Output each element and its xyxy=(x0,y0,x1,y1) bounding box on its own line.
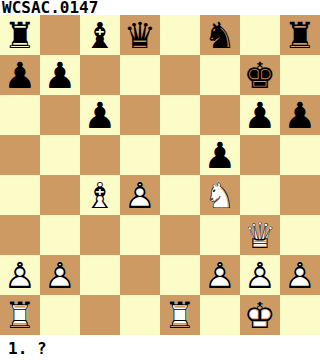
square-h1[interactable] xyxy=(280,295,320,335)
black-pawn[interactable]: ♟ xyxy=(200,135,240,175)
square-b2[interactable]: ♟♙ xyxy=(40,255,80,295)
white-rook[interactable]: ♖ xyxy=(0,295,40,335)
square-e5[interactable] xyxy=(160,135,200,175)
square-a3[interactable] xyxy=(0,215,40,255)
black-king[interactable]: ♚ xyxy=(240,55,280,95)
square-b8[interactable] xyxy=(40,15,80,55)
square-e3[interactable] xyxy=(160,215,200,255)
square-f6[interactable] xyxy=(200,95,240,135)
square-d3[interactable] xyxy=(120,215,160,255)
square-a7[interactable]: ♟ xyxy=(0,55,40,95)
square-d2[interactable] xyxy=(120,255,160,295)
square-b3[interactable] xyxy=(40,215,80,255)
white-pawn-fill: ♟ xyxy=(120,175,160,215)
black-pawn[interactable]: ♟ xyxy=(0,55,40,95)
black-rook[interactable]: ♜ xyxy=(0,15,40,55)
square-h4[interactable] xyxy=(280,175,320,215)
square-c3[interactable] xyxy=(80,215,120,255)
square-c5[interactable] xyxy=(80,135,120,175)
white-rook-fill: ♜ xyxy=(0,295,40,335)
square-h2[interactable]: ♟♙ xyxy=(280,255,320,295)
move-prompt: 1. ? xyxy=(0,335,320,360)
white-king-fill: ♚ xyxy=(240,295,280,335)
square-f4[interactable]: ♞♘ xyxy=(200,175,240,215)
white-pawn[interactable]: ♙ xyxy=(0,255,40,295)
square-c4[interactable]: ♝♗ xyxy=(80,175,120,215)
square-e7[interactable] xyxy=(160,55,200,95)
white-pawn-fill: ♟ xyxy=(240,255,280,295)
square-c8[interactable]: ♝ xyxy=(80,15,120,55)
square-h8[interactable]: ♜ xyxy=(280,15,320,55)
white-pawn[interactable]: ♙ xyxy=(240,255,280,295)
square-a8[interactable]: ♜ xyxy=(0,15,40,55)
square-h7[interactable] xyxy=(280,55,320,95)
white-rook[interactable]: ♖ xyxy=(160,295,200,335)
white-pawn-fill: ♟ xyxy=(280,255,320,295)
black-bishop[interactable]: ♝ xyxy=(80,15,120,55)
square-a5[interactable] xyxy=(0,135,40,175)
square-d7[interactable] xyxy=(120,55,160,95)
white-pawn-fill: ♟ xyxy=(0,255,40,295)
square-g3[interactable]: ♛♕ xyxy=(240,215,280,255)
square-a6[interactable] xyxy=(0,95,40,135)
black-pawn[interactable]: ♟ xyxy=(240,95,280,135)
square-b4[interactable] xyxy=(40,175,80,215)
square-b6[interactable] xyxy=(40,95,80,135)
square-b1[interactable] xyxy=(40,295,80,335)
square-d6[interactable] xyxy=(120,95,160,135)
white-bishop[interactable]: ♗ xyxy=(80,175,120,215)
square-g6[interactable]: ♟ xyxy=(240,95,280,135)
chess-board: ♜♝♛♞♜♟♟♚♟♟♟♟♝♗♟♙♞♘♛♕♟♙♟♙♟♙♟♙♟♙♜♖♜♖♚♔ xyxy=(0,15,320,335)
white-rook-fill: ♜ xyxy=(160,295,200,335)
white-knight[interactable]: ♘ xyxy=(200,175,240,215)
black-queen[interactable]: ♛ xyxy=(120,15,160,55)
square-a1[interactable]: ♜♖ xyxy=(0,295,40,335)
square-g5[interactable] xyxy=(240,135,280,175)
square-e4[interactable] xyxy=(160,175,200,215)
square-f5[interactable]: ♟ xyxy=(200,135,240,175)
square-f8[interactable]: ♞ xyxy=(200,15,240,55)
square-g8[interactable] xyxy=(240,15,280,55)
square-b7[interactable]: ♟ xyxy=(40,55,80,95)
square-h3[interactable] xyxy=(280,215,320,255)
white-queen-fill: ♛ xyxy=(240,215,280,255)
square-c1[interactable] xyxy=(80,295,120,335)
square-c7[interactable] xyxy=(80,55,120,95)
square-e2[interactable] xyxy=(160,255,200,295)
square-a4[interactable] xyxy=(0,175,40,215)
square-f2[interactable]: ♟♙ xyxy=(200,255,240,295)
square-d4[interactable]: ♟♙ xyxy=(120,175,160,215)
square-a2[interactable]: ♟♙ xyxy=(0,255,40,295)
black-knight[interactable]: ♞ xyxy=(200,15,240,55)
square-e6[interactable] xyxy=(160,95,200,135)
white-bishop-fill: ♝ xyxy=(80,175,120,215)
puzzle-title: WCSAC.0147 xyxy=(0,0,320,15)
square-b5[interactable] xyxy=(40,135,80,175)
square-g1[interactable]: ♚♔ xyxy=(240,295,280,335)
white-pawn[interactable]: ♙ xyxy=(120,175,160,215)
white-king[interactable]: ♔ xyxy=(240,295,280,335)
square-e1[interactable]: ♜♖ xyxy=(160,295,200,335)
black-pawn[interactable]: ♟ xyxy=(280,95,320,135)
white-pawn-fill: ♟ xyxy=(40,255,80,295)
white-pawn[interactable]: ♙ xyxy=(40,255,80,295)
black-pawn[interactable]: ♟ xyxy=(40,55,80,95)
square-g2[interactable]: ♟♙ xyxy=(240,255,280,295)
square-h6[interactable]: ♟ xyxy=(280,95,320,135)
white-pawn-fill: ♟ xyxy=(200,255,240,295)
white-pawn[interactable]: ♙ xyxy=(200,255,240,295)
square-g4[interactable] xyxy=(240,175,280,215)
square-h5[interactable] xyxy=(280,135,320,175)
black-pawn[interactable]: ♟ xyxy=(80,95,120,135)
square-d1[interactable] xyxy=(120,295,160,335)
white-pawn[interactable]: ♙ xyxy=(280,255,320,295)
square-d5[interactable] xyxy=(120,135,160,175)
square-c6[interactable]: ♟ xyxy=(80,95,120,135)
black-rook[interactable]: ♜ xyxy=(280,15,320,55)
square-f7[interactable] xyxy=(200,55,240,95)
square-d8[interactable]: ♛ xyxy=(120,15,160,55)
white-knight-fill: ♞ xyxy=(200,175,240,215)
square-e8[interactable] xyxy=(160,15,200,55)
square-c2[interactable] xyxy=(80,255,120,295)
white-queen[interactable]: ♕ xyxy=(240,215,280,255)
square-f1[interactable] xyxy=(200,295,240,335)
square-g7[interactable]: ♚ xyxy=(240,55,280,95)
square-f3[interactable] xyxy=(200,215,240,255)
